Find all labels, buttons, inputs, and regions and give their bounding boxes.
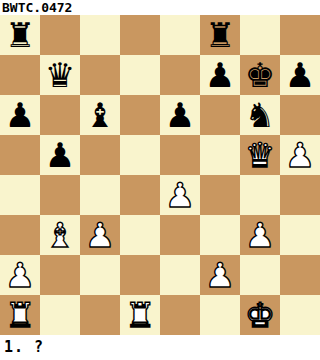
square-g6[interactable]: ♞ (240, 95, 280, 135)
square-b7[interactable]: ♛ (40, 55, 80, 95)
piece-white-pawn: ♟ (285, 135, 315, 175)
square-f5[interactable] (200, 135, 240, 175)
piece-black-queen: ♛ (45, 55, 75, 95)
square-a7[interactable] (0, 55, 40, 95)
square-c6[interactable]: ♝ (80, 95, 120, 135)
piece-black-pawn: ♟ (45, 135, 75, 175)
square-f4[interactable] (200, 175, 240, 215)
square-d7[interactable] (120, 55, 160, 95)
square-h3[interactable] (280, 215, 320, 255)
piece-black-bishop: ♝ (85, 95, 115, 135)
piece-black-rook: ♜ (205, 15, 235, 55)
piece-black-knight: ♞ (245, 95, 275, 135)
square-b1[interactable] (40, 295, 80, 335)
piece-black-pawn: ♟ (285, 55, 315, 95)
square-e1[interactable] (160, 295, 200, 335)
square-a2[interactable]: ♟ (0, 255, 40, 295)
square-d4[interactable] (120, 175, 160, 215)
piece-white-pawn: ♟ (85, 215, 115, 255)
move-prompt: 1. ? (0, 335, 320, 360)
square-d2[interactable] (120, 255, 160, 295)
square-c3[interactable]: ♟ (80, 215, 120, 255)
square-e5[interactable] (160, 135, 200, 175)
square-a3[interactable] (0, 215, 40, 255)
square-g3[interactable]: ♟ (240, 215, 280, 255)
piece-white-pawn: ♟ (245, 215, 275, 255)
piece-white-king: ♚ (245, 295, 275, 335)
square-h8[interactable] (280, 15, 320, 55)
square-a1[interactable]: ♜ (0, 295, 40, 335)
square-a6[interactable]: ♟ (0, 95, 40, 135)
square-f8[interactable]: ♜ (200, 15, 240, 55)
square-d8[interactable] (120, 15, 160, 55)
square-c4[interactable] (80, 175, 120, 215)
square-d1[interactable]: ♜ (120, 295, 160, 335)
piece-white-rook: ♜ (5, 295, 35, 335)
square-c2[interactable] (80, 255, 120, 295)
square-b5[interactable]: ♟ (40, 135, 80, 175)
square-a8[interactable]: ♜ (0, 15, 40, 55)
piece-white-bishop: ♝ (45, 215, 75, 255)
square-h1[interactable] (280, 295, 320, 335)
position-id: BWTC.0472 (0, 0, 320, 15)
square-e7[interactable] (160, 55, 200, 95)
chess-board: ♜♜♛♟♚♟♟♝♟♞♟♛♟♟♝♟♟♟♟♜♜♚ (0, 15, 320, 335)
square-c5[interactable] (80, 135, 120, 175)
piece-black-pawn: ♟ (165, 95, 195, 135)
square-g2[interactable] (240, 255, 280, 295)
square-h5[interactable]: ♟ (280, 135, 320, 175)
piece-white-pawn: ♟ (205, 255, 235, 295)
piece-black-king: ♚ (245, 55, 275, 95)
square-e3[interactable] (160, 215, 200, 255)
square-g4[interactable] (240, 175, 280, 215)
square-h4[interactable] (280, 175, 320, 215)
piece-white-rook: ♜ (125, 295, 155, 335)
square-g1[interactable]: ♚ (240, 295, 280, 335)
piece-white-pawn: ♟ (165, 175, 195, 215)
square-h6[interactable] (280, 95, 320, 135)
square-b8[interactable] (40, 15, 80, 55)
square-e2[interactable] (160, 255, 200, 295)
square-e6[interactable]: ♟ (160, 95, 200, 135)
square-c7[interactable] (80, 55, 120, 95)
square-a4[interactable] (0, 175, 40, 215)
square-g8[interactable] (240, 15, 280, 55)
square-d6[interactable] (120, 95, 160, 135)
piece-black-pawn: ♟ (5, 95, 35, 135)
square-f6[interactable] (200, 95, 240, 135)
square-b2[interactable] (40, 255, 80, 295)
square-h7[interactable]: ♟ (280, 55, 320, 95)
piece-white-queen: ♛ (245, 135, 275, 175)
square-f7[interactable]: ♟ (200, 55, 240, 95)
square-d3[interactable] (120, 215, 160, 255)
square-g5[interactable]: ♛ (240, 135, 280, 175)
square-b6[interactable] (40, 95, 80, 135)
square-f1[interactable] (200, 295, 240, 335)
square-c1[interactable] (80, 295, 120, 335)
square-c8[interactable] (80, 15, 120, 55)
square-f2[interactable]: ♟ (200, 255, 240, 295)
chess-diagram-page: BWTC.0472 ♜♜♛♟♚♟♟♝♟♞♟♛♟♟♝♟♟♟♟♜♜♚ 1. ? (0, 0, 320, 360)
square-a5[interactable] (0, 135, 40, 175)
square-e8[interactable] (160, 15, 200, 55)
square-b4[interactable] (40, 175, 80, 215)
square-g7[interactable]: ♚ (240, 55, 280, 95)
piece-black-pawn: ♟ (205, 55, 235, 95)
square-b3[interactable]: ♝ (40, 215, 80, 255)
square-h2[interactable] (280, 255, 320, 295)
square-f3[interactable] (200, 215, 240, 255)
square-e4[interactable]: ♟ (160, 175, 200, 215)
square-d5[interactable] (120, 135, 160, 175)
piece-black-rook: ♜ (5, 15, 35, 55)
piece-white-pawn: ♟ (5, 255, 35, 295)
